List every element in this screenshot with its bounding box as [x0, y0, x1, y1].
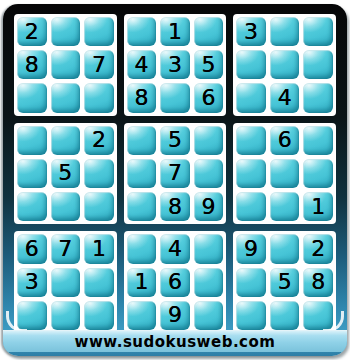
cell-r7c5[interactable]: 4	[160, 234, 190, 263]
cell-r3c8[interactable]: 4	[270, 83, 300, 112]
cell-r1c3[interactable]	[84, 17, 114, 46]
cell-r9c5[interactable]: 9	[160, 301, 190, 330]
cell-r1c1[interactable]: 2	[17, 17, 47, 46]
cell-r4c8[interactable]: 6	[270, 126, 300, 155]
cell-r1c9[interactable]	[303, 17, 333, 46]
cell-r5c7[interactable]	[236, 159, 266, 188]
cell-r9c8[interactable]	[270, 301, 300, 330]
cell-r7c6[interactable]	[194, 234, 224, 263]
cell-r1c5[interactable]: 1	[160, 17, 190, 46]
cell-r4c1[interactable]	[17, 126, 47, 155]
cell-r3c1[interactable]	[17, 83, 47, 112]
cell-r8c4[interactable]: 1	[127, 268, 157, 297]
cell-r9c3[interactable]	[84, 301, 114, 330]
cell-r6c2[interactable]	[51, 192, 81, 221]
cell-r5c2[interactable]: 5	[51, 159, 81, 188]
cell-r2c2[interactable]	[51, 50, 81, 79]
cell-r1c7[interactable]: 3	[236, 17, 266, 46]
cell-r8c5[interactable]: 6	[160, 268, 190, 297]
cell-r7c4[interactable]	[127, 234, 157, 263]
cell-r7c3[interactable]: 1	[84, 234, 114, 263]
sudoku-grid: 2871435863425578961671341699258	[14, 14, 336, 333]
box-1-3: 34	[233, 14, 336, 116]
cell-r8c8[interactable]: 5	[270, 268, 300, 297]
cell-r8c9[interactable]: 8	[303, 268, 333, 297]
cell-r2c5[interactable]: 3	[160, 50, 190, 79]
cell-r8c3[interactable]	[84, 268, 114, 297]
cell-r7c1[interactable]: 6	[17, 234, 47, 263]
cell-r9c4[interactable]	[127, 301, 157, 330]
cell-r5c5[interactable]: 7	[160, 159, 190, 188]
box-2-2: 5789	[124, 123, 227, 225]
cell-r7c8[interactable]	[270, 234, 300, 263]
cell-r2c9[interactable]	[303, 50, 333, 79]
cell-r1c4[interactable]	[127, 17, 157, 46]
cell-r4c6[interactable]	[194, 126, 224, 155]
cell-r1c2[interactable]	[51, 17, 81, 46]
cell-r4c2[interactable]	[51, 126, 81, 155]
cell-r7c2[interactable]: 7	[51, 234, 81, 263]
cell-r1c8[interactable]	[270, 17, 300, 46]
cell-r3c7[interactable]	[236, 83, 266, 112]
cell-r3c4[interactable]: 8	[127, 83, 157, 112]
cell-r6c1[interactable]	[17, 192, 47, 221]
cell-r4c5[interactable]: 5	[160, 126, 190, 155]
cell-r4c7[interactable]	[236, 126, 266, 155]
cell-r6c7[interactable]	[236, 192, 266, 221]
cell-r9c1[interactable]	[17, 301, 47, 330]
cell-r5c6[interactable]	[194, 159, 224, 188]
box-3-2: 4169	[124, 231, 227, 333]
sudoku-puzzle-image: 2871435863425578961671341699258 www.sudo…	[0, 0, 350, 360]
cell-r4c9[interactable]	[303, 126, 333, 155]
cell-r3c6[interactable]: 6	[194, 83, 224, 112]
box-3-3: 9258	[233, 231, 336, 333]
cell-r6c3[interactable]	[84, 192, 114, 221]
cell-r3c3[interactable]	[84, 83, 114, 112]
cell-r4c4[interactable]	[127, 126, 157, 155]
cell-r8c2[interactable]	[51, 268, 81, 297]
cell-r5c1[interactable]	[17, 159, 47, 188]
cell-r9c2[interactable]	[51, 301, 81, 330]
cell-r6c4[interactable]	[127, 192, 157, 221]
box-1-1: 287	[14, 14, 117, 116]
cell-r3c9[interactable]	[303, 83, 333, 112]
cell-r3c2[interactable]	[51, 83, 81, 112]
cell-r7c9[interactable]: 2	[303, 234, 333, 263]
cell-r6c6[interactable]: 9	[194, 192, 224, 221]
footer-band: www.sudokusweb.com	[3, 330, 347, 352]
cell-r6c5[interactable]: 8	[160, 192, 190, 221]
box-1-2: 143586	[124, 14, 227, 116]
cell-r9c7[interactable]	[236, 301, 266, 330]
cell-r2c6[interactable]: 5	[194, 50, 224, 79]
board-frame: 2871435863425578961671341699258 www.sudo…	[3, 4, 347, 356]
cell-r7c7[interactable]: 9	[236, 234, 266, 263]
cell-r2c3[interactable]: 7	[84, 50, 114, 79]
cell-r4c3[interactable]: 2	[84, 126, 114, 155]
cell-r6c8[interactable]	[270, 192, 300, 221]
cell-r5c3[interactable]	[84, 159, 114, 188]
cell-r5c8[interactable]	[270, 159, 300, 188]
cell-r8c7[interactable]	[236, 268, 266, 297]
cell-r8c1[interactable]: 3	[17, 268, 47, 297]
cell-r9c9[interactable]	[303, 301, 333, 330]
site-url-label: www.sudokusweb.com	[75, 333, 276, 351]
cell-r5c4[interactable]	[127, 159, 157, 188]
cell-r9c6[interactable]	[194, 301, 224, 330]
cell-r8c6[interactable]	[194, 268, 224, 297]
cell-r5c9[interactable]	[303, 159, 333, 188]
cell-r1c6[interactable]	[194, 17, 224, 46]
cell-r2c8[interactable]	[270, 50, 300, 79]
box-2-1: 25	[14, 123, 117, 225]
box-2-3: 61	[233, 123, 336, 225]
cell-r2c7[interactable]	[236, 50, 266, 79]
cell-r6c9[interactable]: 1	[303, 192, 333, 221]
cell-r2c4[interactable]: 4	[127, 50, 157, 79]
cell-r2c1[interactable]: 8	[17, 50, 47, 79]
cell-r3c5[interactable]	[160, 83, 190, 112]
box-3-1: 6713	[14, 231, 117, 333]
